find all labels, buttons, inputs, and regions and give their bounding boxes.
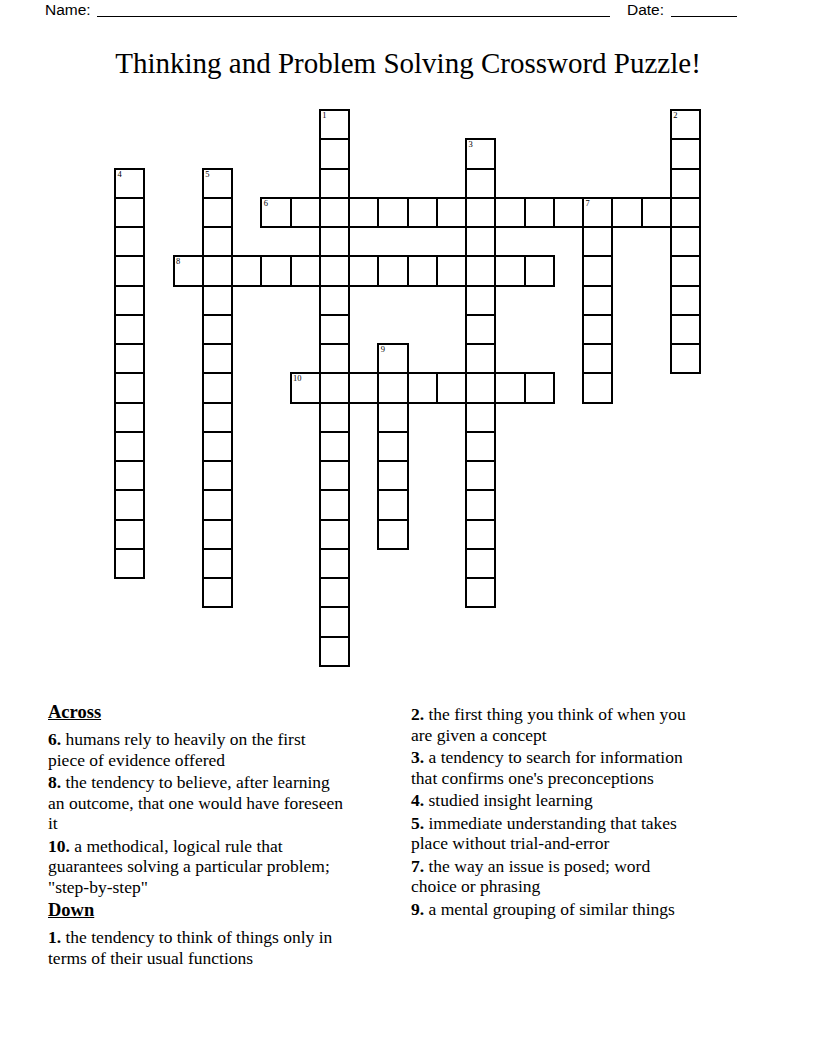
grid-cell[interactable] xyxy=(377,255,408,286)
grid-cell[interactable]: 10 xyxy=(290,372,321,403)
grid-cell[interactable] xyxy=(465,285,496,316)
grid-cell[interactable] xyxy=(436,197,467,228)
grid-cell[interactable] xyxy=(582,343,613,374)
down-heading: Down xyxy=(48,899,400,922)
clue-number: 7 xyxy=(586,199,590,209)
grid-cell[interactable] xyxy=(494,255,525,286)
grid-cell[interactable] xyxy=(114,372,145,403)
grid-cell[interactable] xyxy=(524,197,555,228)
grid-cell[interactable] xyxy=(582,285,613,316)
clue-1: 1. the tendency to think of things only … xyxy=(48,927,400,968)
grid-cell[interactable] xyxy=(377,197,408,228)
clue-number: 9 xyxy=(381,345,385,355)
grid-cell[interactable] xyxy=(377,431,408,462)
grid-cell[interactable] xyxy=(319,548,350,579)
clues-right-column: 2. the first thing you think of when you… xyxy=(411,704,751,921)
grid-cell[interactable] xyxy=(260,255,291,286)
clue-number: 8 xyxy=(176,257,180,267)
grid-cell[interactable] xyxy=(114,314,145,345)
down-clues-list-right: 2. the first thing you think of when you… xyxy=(411,704,751,919)
clue-2: 2. the first thing you think of when you… xyxy=(411,704,751,745)
grid-cell[interactable]: 8 xyxy=(173,255,204,286)
clue-number: 10 xyxy=(293,374,302,384)
grid-cell[interactable] xyxy=(348,197,379,228)
clue-number: 2 xyxy=(673,111,677,121)
grid-cell[interactable] xyxy=(670,168,701,199)
grid-cell[interactable]: 9 xyxy=(377,343,408,374)
grid-cell[interactable] xyxy=(319,636,350,667)
date-blank-line[interactable] xyxy=(671,1,737,17)
clue-5: 5. immediate understanding that takes pl… xyxy=(411,813,751,854)
across-clues-list: 6. humans rely to heavily on the first p… xyxy=(48,729,400,897)
grid-cell[interactable] xyxy=(319,489,350,520)
grid-cell[interactable]: 4 xyxy=(114,168,145,199)
grid-cell[interactable] xyxy=(202,226,233,257)
clue-number: 1 xyxy=(322,111,326,121)
clue-3: 3. a tendency to search for information … xyxy=(411,747,751,788)
grid-cell[interactable]: 1 xyxy=(319,109,350,140)
grid-cell[interactable] xyxy=(582,372,613,403)
grid-cell[interactable] xyxy=(670,138,701,169)
grid-cell[interactable] xyxy=(670,197,701,228)
down-clues-list-left: 1. the tendency to think of things only … xyxy=(48,927,400,968)
grid-cell[interactable] xyxy=(465,168,496,199)
grid-cell[interactable] xyxy=(202,314,233,345)
clue-number-label: 2. xyxy=(411,704,429,724)
grid-cell[interactable] xyxy=(202,343,233,374)
worksheet-page: Name: Date: Thinking and Problem Solving… xyxy=(0,0,816,1056)
grid-cell[interactable] xyxy=(582,226,613,257)
grid-cell[interactable]: 6 xyxy=(260,197,291,228)
across-heading: Across xyxy=(48,701,400,724)
grid-cell[interactable] xyxy=(319,460,350,491)
grid-cell[interactable] xyxy=(114,548,145,579)
grid-cell[interactable] xyxy=(319,577,350,608)
grid-cell[interactable] xyxy=(377,460,408,491)
grid-cell[interactable] xyxy=(202,255,233,286)
grid-cell[interactable] xyxy=(611,197,642,228)
grid-cell[interactable] xyxy=(202,402,233,433)
clue-number-label: 5. xyxy=(411,813,429,833)
clue-number: 5 xyxy=(205,170,209,180)
grid-cell[interactable] xyxy=(202,372,233,403)
grid-cell[interactable] xyxy=(553,197,584,228)
grid-cell[interactable] xyxy=(319,255,350,286)
grid-cell[interactable] xyxy=(582,255,613,286)
grid-cell[interactable] xyxy=(377,372,408,403)
grid-cell[interactable] xyxy=(114,197,145,228)
grid-cell[interactable] xyxy=(319,138,350,169)
grid-cell[interactable] xyxy=(407,197,438,228)
grid-cell[interactable] xyxy=(114,285,145,316)
grid-cell[interactable] xyxy=(114,226,145,257)
grid-cell[interactable] xyxy=(465,314,496,345)
grid-cell[interactable] xyxy=(114,255,145,286)
grid-cell[interactable]: 7 xyxy=(582,197,613,228)
clue-number-label: 7. xyxy=(411,856,429,876)
grid-cell[interactable] xyxy=(319,431,350,462)
clue-4: 4. studied insight learning xyxy=(411,790,751,811)
grid-cell[interactable] xyxy=(407,372,438,403)
grid-cell[interactable] xyxy=(494,197,525,228)
grid-cell[interactable] xyxy=(114,519,145,550)
grid-cell[interactable] xyxy=(465,460,496,491)
grid-cell[interactable] xyxy=(670,343,701,374)
grid-cell[interactable] xyxy=(348,255,379,286)
grid-cell[interactable] xyxy=(202,577,233,608)
grid-cell[interactable] xyxy=(524,372,555,403)
clue-number-label: 10. xyxy=(48,836,74,856)
crossword-grid: 12345678910 xyxy=(115,110,700,666)
grid-cell[interactable] xyxy=(319,197,350,228)
clue-7: 7. the way an issue is posed; word choic… xyxy=(411,856,751,897)
grid-cell[interactable] xyxy=(407,255,438,286)
grid-cell[interactable] xyxy=(202,548,233,579)
grid-cell[interactable] xyxy=(465,431,496,462)
name-blank-line[interactable] xyxy=(97,1,610,17)
grid-cell[interactable]: 2 xyxy=(670,109,701,140)
grid-cell[interactable] xyxy=(114,343,145,374)
grid-cell[interactable] xyxy=(202,431,233,462)
clue-number-label: 8. xyxy=(48,772,66,792)
grid-cell[interactable]: 3 xyxy=(465,138,496,169)
grid-cell[interactable] xyxy=(290,197,321,228)
grid-cell[interactable] xyxy=(319,402,350,433)
grid-cell[interactable] xyxy=(465,255,496,286)
clue-number-label: 4. xyxy=(411,790,429,810)
grid-cell[interactable] xyxy=(494,372,525,403)
grid-cell[interactable] xyxy=(202,489,233,520)
grid-cell[interactable] xyxy=(319,519,350,550)
clue-10: 10. a methodical, logical rule that guar… xyxy=(48,836,400,898)
grid-cell[interactable] xyxy=(670,255,701,286)
grid-cell[interactable] xyxy=(231,255,262,286)
grid-cell[interactable] xyxy=(319,606,350,637)
grid-cell[interactable] xyxy=(465,489,496,520)
grid-cell[interactable] xyxy=(465,548,496,579)
grid-cell[interactable] xyxy=(670,285,701,316)
clue-6: 6. humans rely to heavily on the first p… xyxy=(48,729,400,770)
grid-cell[interactable] xyxy=(290,255,321,286)
grid-cell[interactable] xyxy=(465,372,496,403)
clue-number-label: 3. xyxy=(411,747,429,767)
grid-cell[interactable] xyxy=(202,285,233,316)
grid-cell[interactable] xyxy=(641,197,672,228)
grid-cell[interactable] xyxy=(582,314,613,345)
grid-cell[interactable] xyxy=(114,460,145,491)
grid-cell[interactable] xyxy=(319,314,350,345)
grid-cell[interactable] xyxy=(319,343,350,374)
grid-cell[interactable] xyxy=(348,372,379,403)
grid-cell[interactable] xyxy=(377,519,408,550)
grid-cell[interactable]: 5 xyxy=(202,168,233,199)
clue-number-label: 9. xyxy=(411,899,429,919)
grid-cell[interactable] xyxy=(524,255,555,286)
grid-cell[interactable] xyxy=(465,343,496,374)
grid-cell[interactable] xyxy=(465,197,496,228)
clue-number: 4 xyxy=(118,170,122,180)
grid-cell[interactable] xyxy=(670,314,701,345)
date-label: Date: xyxy=(627,1,664,19)
clue-number-label: 6. xyxy=(48,729,66,749)
clue-number-label: 1. xyxy=(48,927,66,947)
grid-cell[interactable] xyxy=(465,402,496,433)
grid-cell[interactable] xyxy=(319,226,350,257)
grid-cell[interactable] xyxy=(465,577,496,608)
grid-cell[interactable] xyxy=(319,372,350,403)
grid-cell[interactable] xyxy=(319,285,350,316)
grid-cell[interactable] xyxy=(114,431,145,462)
grid-cell[interactable] xyxy=(202,460,233,491)
grid-cell[interactable] xyxy=(319,168,350,199)
puzzle-title: Thinking and Problem Solving Crossword P… xyxy=(0,47,816,80)
clue-9: 9. a mental grouping of similar things xyxy=(411,899,751,920)
grid-cell[interactable] xyxy=(202,197,233,228)
grid-cell[interactable] xyxy=(202,519,233,550)
clues-left-column: Across 6. humans rely to heavily on the … xyxy=(48,701,400,970)
grid-cell[interactable] xyxy=(465,519,496,550)
grid-cell[interactable] xyxy=(670,226,701,257)
grid-cell[interactable] xyxy=(436,255,467,286)
clue-8: 8. the tendency to believe, after learni… xyxy=(48,772,400,834)
clue-number: 3 xyxy=(469,140,473,150)
grid-cell[interactable] xyxy=(436,372,467,403)
clue-number: 6 xyxy=(264,199,268,209)
grid-cell[interactable] xyxy=(114,402,145,433)
grid-cell[interactable] xyxy=(377,489,408,520)
grid-cell[interactable] xyxy=(465,226,496,257)
grid-cell[interactable] xyxy=(114,489,145,520)
name-label: Name: xyxy=(45,1,91,19)
grid-cell[interactable] xyxy=(377,402,408,433)
